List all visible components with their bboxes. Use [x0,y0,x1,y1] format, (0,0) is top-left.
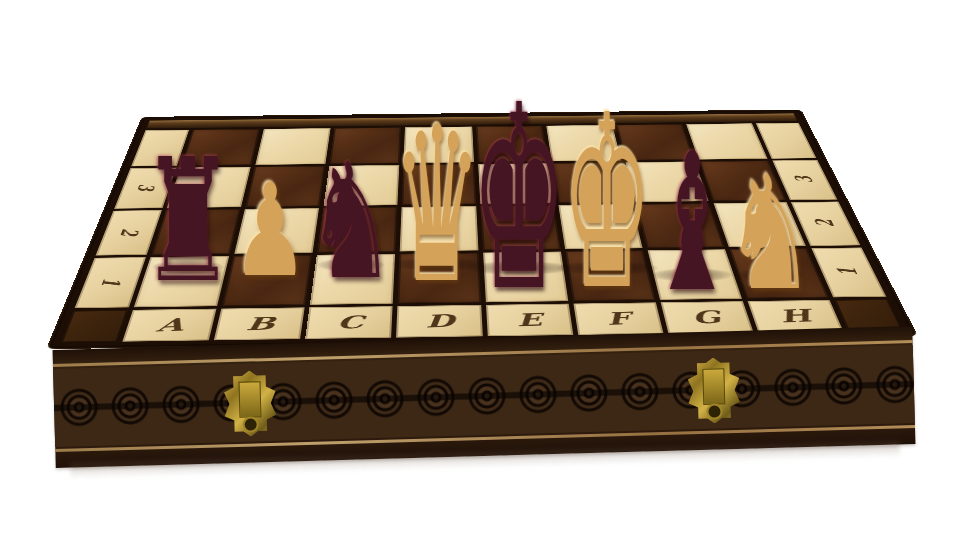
queen-glyph: ♛ [393,98,482,313]
king-glyph: ♚ [471,71,567,326]
knight-glyph: ♞ [725,154,816,312]
pawn-glyph: ♟ [232,167,308,295]
chess-box-photo: 332211ABCDEFGH ♜♟♞♛♚♚♝♞ [0,0,970,546]
bishop-glyph: ♝ [649,129,734,319]
coordinate-label: B [245,313,276,334]
coordinate-label: 1 [832,267,864,276]
knight-glyph: ♞ [307,142,396,302]
king-glyph: ♚ [562,83,652,323]
coordinate-label: 1 [96,277,127,286]
board-corner-front-left [61,310,128,343]
rook-glyph: ♜ [141,136,235,306]
